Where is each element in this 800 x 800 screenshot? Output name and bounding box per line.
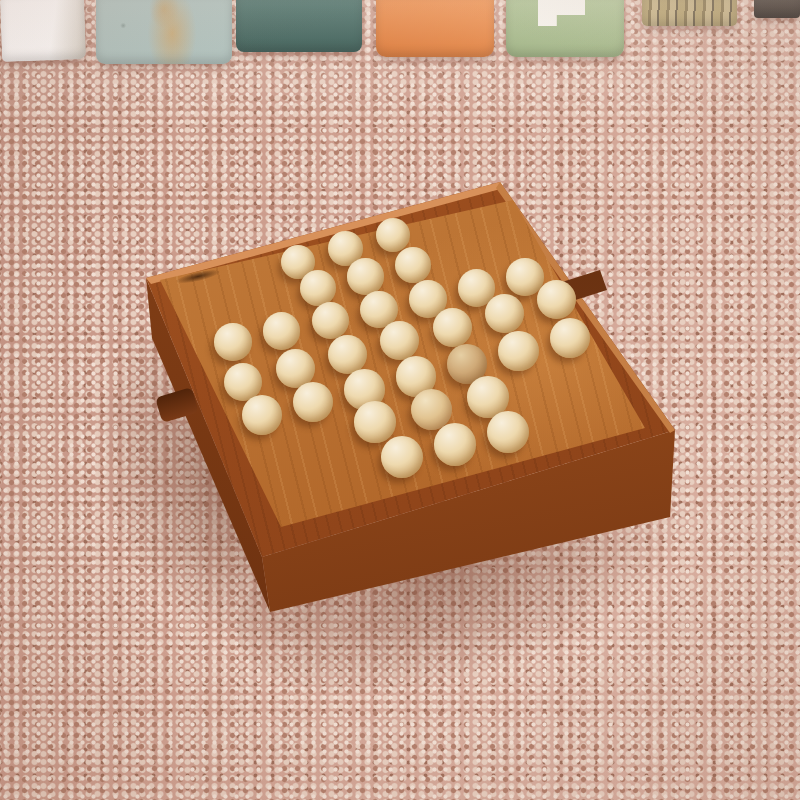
ball-r7c4[interactable]: [434, 423, 477, 466]
ball-r2c3[interactable]: [300, 270, 336, 306]
board-lid: [0, 0, 800, 800]
ball-r2c5[interactable]: [395, 247, 431, 283]
ball-r4c5[interactable]: [433, 308, 472, 347]
ball-r3c2[interactable]: [263, 312, 301, 350]
ball-r3c3[interactable]: [312, 302, 350, 340]
background-block-wood-grain: [642, 0, 737, 26]
ball-r4c3[interactable]: [328, 335, 367, 374]
white-corner-mark: [538, 0, 585, 26]
ball-r5c7[interactable]: [550, 318, 590, 358]
ball-r2c4[interactable]: [347, 258, 383, 294]
ball-r3c1[interactable]: [214, 323, 252, 361]
background-block-dark-teal: [236, 0, 362, 52]
background-block-sage-green: [506, 0, 624, 57]
background-block-orange: [376, 0, 494, 57]
background-block-stonewash-blue: [96, 0, 232, 64]
ball-r4c6[interactable]: [485, 294, 524, 333]
ball-r5c1[interactable]: [242, 395, 282, 435]
background-block-white: [0, 0, 86, 62]
background-block-dark-brown: [754, 0, 800, 18]
photo-scene: [0, 0, 800, 800]
ball-r6c3[interactable]: [354, 401, 396, 443]
ball-r5c6[interactable]: [498, 331, 538, 371]
